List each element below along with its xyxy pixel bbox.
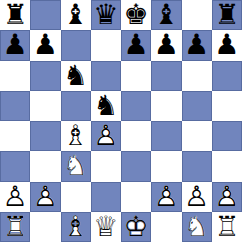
piece-white-pawn[interactable]: ♟♙ bbox=[91, 121, 121, 151]
piece-white-knight[interactable]: ♞♘ bbox=[182, 212, 212, 242]
square-f2[interactable]: ♟♙ bbox=[151, 182, 181, 212]
square-d5[interactable]: ♞ bbox=[91, 91, 121, 121]
square-f1[interactable] bbox=[151, 212, 181, 242]
square-b1[interactable] bbox=[30, 212, 60, 242]
square-f4[interactable] bbox=[151, 121, 181, 151]
square-e6[interactable] bbox=[121, 61, 151, 91]
piece-black-pawn[interactable]: ♟ bbox=[212, 30, 242, 60]
square-g6[interactable] bbox=[182, 61, 212, 91]
chess-board: ♜♝♛♚♝♜♟♟♟♟♟♟♞♞♝♗♟♙♞♘♟♙♟♙♟♙♟♙♟♙♜♖♝♗♛♕♚♔♞♘… bbox=[0, 0, 242, 242]
square-e5[interactable] bbox=[121, 91, 151, 121]
piece-black-queen[interactable]: ♛ bbox=[91, 0, 121, 30]
square-c3[interactable]: ♞♘ bbox=[61, 151, 91, 181]
square-f5[interactable] bbox=[151, 91, 181, 121]
square-a4[interactable] bbox=[0, 121, 30, 151]
square-h6[interactable] bbox=[212, 61, 242, 91]
square-c6[interactable]: ♞ bbox=[61, 61, 91, 91]
square-b2[interactable]: ♟♙ bbox=[30, 182, 60, 212]
square-g1[interactable]: ♞♘ bbox=[182, 212, 212, 242]
square-e3[interactable] bbox=[121, 151, 151, 181]
piece-outline-glyph: ♕ bbox=[91, 212, 121, 242]
piece-outline-glyph: ♖ bbox=[0, 212, 30, 242]
piece-outline-glyph: ♙ bbox=[0, 182, 30, 212]
square-c2[interactable] bbox=[61, 182, 91, 212]
square-h4[interactable] bbox=[212, 121, 242, 151]
square-a8[interactable]: ♜ bbox=[0, 0, 30, 30]
square-c5[interactable] bbox=[61, 91, 91, 121]
square-a2[interactable]: ♟♙ bbox=[0, 182, 30, 212]
square-d6[interactable] bbox=[91, 61, 121, 91]
piece-black-pawn[interactable]: ♟ bbox=[151, 30, 181, 60]
square-b5[interactable] bbox=[30, 91, 60, 121]
square-d2[interactable] bbox=[91, 182, 121, 212]
piece-black-pawn[interactable]: ♟ bbox=[121, 30, 151, 60]
square-g4[interactable] bbox=[182, 121, 212, 151]
piece-black-bishop[interactable]: ♝ bbox=[61, 0, 91, 30]
piece-outline-glyph: ♔ bbox=[121, 212, 151, 242]
piece-outline-glyph: ♗ bbox=[61, 212, 91, 242]
square-f8[interactable]: ♝ bbox=[151, 0, 181, 30]
square-g3[interactable] bbox=[182, 151, 212, 181]
square-e8[interactable]: ♚ bbox=[121, 0, 151, 30]
piece-black-knight[interactable]: ♞ bbox=[61, 61, 91, 91]
square-b4[interactable] bbox=[30, 121, 60, 151]
square-c1[interactable]: ♝♗ bbox=[61, 212, 91, 242]
square-h1[interactable]: ♜♖ bbox=[212, 212, 242, 242]
square-a6[interactable] bbox=[0, 61, 30, 91]
square-e2[interactable] bbox=[121, 182, 151, 212]
piece-black-pawn[interactable]: ♟ bbox=[0, 30, 30, 60]
square-d1[interactable]: ♛♕ bbox=[91, 212, 121, 242]
square-d4[interactable]: ♟♙ bbox=[91, 121, 121, 151]
piece-outline-glyph: ♙ bbox=[212, 182, 242, 212]
piece-outline-glyph: ♙ bbox=[91, 121, 121, 151]
piece-black-king[interactable]: ♚ bbox=[121, 0, 151, 30]
piece-outline-glyph: ♘ bbox=[61, 151, 91, 181]
piece-white-bishop[interactable]: ♝♗ bbox=[61, 212, 91, 242]
square-a1[interactable]: ♜♖ bbox=[0, 212, 30, 242]
square-e1[interactable]: ♚♔ bbox=[121, 212, 151, 242]
piece-white-bishop[interactable]: ♝♗ bbox=[61, 121, 91, 151]
square-d7[interactable] bbox=[91, 30, 121, 60]
piece-white-rook[interactable]: ♜♖ bbox=[0, 212, 30, 242]
piece-black-rook[interactable]: ♜ bbox=[212, 0, 242, 30]
piece-white-pawn[interactable]: ♟♙ bbox=[30, 182, 60, 212]
piece-black-knight[interactable]: ♞ bbox=[91, 91, 121, 121]
piece-outline-glyph: ♙ bbox=[30, 182, 60, 212]
piece-black-bishop[interactable]: ♝ bbox=[151, 0, 181, 30]
square-h7[interactable]: ♟ bbox=[212, 30, 242, 60]
piece-white-king[interactable]: ♚♔ bbox=[121, 212, 151, 242]
piece-black-pawn[interactable]: ♟ bbox=[30, 30, 60, 60]
square-g7[interactable]: ♟ bbox=[182, 30, 212, 60]
piece-outline-glyph: ♗ bbox=[61, 121, 91, 151]
square-b7[interactable]: ♟ bbox=[30, 30, 60, 60]
piece-black-pawn[interactable]: ♟ bbox=[182, 30, 212, 60]
piece-white-pawn[interactable]: ♟♙ bbox=[151, 182, 181, 212]
square-b6[interactable] bbox=[30, 61, 60, 91]
piece-white-pawn[interactable]: ♟♙ bbox=[212, 182, 242, 212]
square-d3[interactable] bbox=[91, 151, 121, 181]
piece-outline-glyph: ♙ bbox=[151, 182, 181, 212]
square-h2[interactable]: ♟♙ bbox=[212, 182, 242, 212]
square-h3[interactable] bbox=[212, 151, 242, 181]
square-g5[interactable] bbox=[182, 91, 212, 121]
square-f7[interactable]: ♟ bbox=[151, 30, 181, 60]
square-h5[interactable] bbox=[212, 91, 242, 121]
square-g2[interactable]: ♟♙ bbox=[182, 182, 212, 212]
piece-white-knight[interactable]: ♞♘ bbox=[61, 151, 91, 181]
square-f6[interactable] bbox=[151, 61, 181, 91]
piece-white-pawn[interactable]: ♟♙ bbox=[182, 182, 212, 212]
square-a7[interactable]: ♟ bbox=[0, 30, 30, 60]
square-e7[interactable]: ♟ bbox=[121, 30, 151, 60]
square-b8[interactable] bbox=[30, 0, 60, 30]
square-c4[interactable]: ♝♗ bbox=[61, 121, 91, 151]
piece-white-rook[interactable]: ♜♖ bbox=[212, 212, 242, 242]
square-a5[interactable] bbox=[0, 91, 30, 121]
piece-outline-glyph: ♖ bbox=[212, 212, 242, 242]
square-h8[interactable]: ♜ bbox=[212, 0, 242, 30]
piece-white-pawn[interactable]: ♟♙ bbox=[0, 182, 30, 212]
piece-white-queen[interactable]: ♛♕ bbox=[91, 212, 121, 242]
square-d8[interactable]: ♛ bbox=[91, 0, 121, 30]
piece-outline-glyph: ♘ bbox=[182, 212, 212, 242]
square-e4[interactable] bbox=[121, 121, 151, 151]
square-f3[interactable] bbox=[151, 151, 181, 181]
piece-outline-glyph: ♙ bbox=[182, 182, 212, 212]
square-c7[interactable] bbox=[61, 30, 91, 60]
square-a3[interactable] bbox=[0, 151, 30, 181]
square-b3[interactable] bbox=[30, 151, 60, 181]
square-g8[interactable] bbox=[182, 0, 212, 30]
square-c8[interactable]: ♝ bbox=[61, 0, 91, 30]
piece-black-rook[interactable]: ♜ bbox=[0, 0, 30, 30]
